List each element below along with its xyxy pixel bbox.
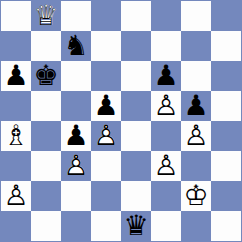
- white-piece-outline: ♕: [31, 1, 61, 31]
- white-pawn-piece: ♟♙: [181, 121, 211, 151]
- square-d4[interactable]: ♟♙: [91, 121, 121, 151]
- black-piece-glyph: ♛: [121, 211, 151, 241]
- white-piece-outline: ♗: [1, 121, 31, 151]
- white-king-piece: ♚♔: [181, 181, 211, 211]
- square-e7[interactable]: [121, 31, 151, 61]
- black-piece-glyph: ♟: [91, 91, 121, 121]
- white-bishop-piece: ♝♗: [1, 121, 31, 151]
- square-c6[interactable]: [61, 61, 91, 91]
- white-piece-fill: ♟: [181, 121, 211, 151]
- square-h7[interactable]: [211, 31, 241, 61]
- square-c2[interactable]: [61, 181, 91, 211]
- square-a4[interactable]: ♝♗: [1, 121, 31, 151]
- square-b6[interactable]: ♚: [31, 61, 61, 91]
- black-pawn-piece: ♟: [61, 121, 91, 151]
- square-g1[interactable]: [181, 211, 211, 241]
- white-piece-fill: ♝: [1, 121, 31, 151]
- square-f5[interactable]: ♟♙: [151, 91, 181, 121]
- square-h6[interactable]: [211, 61, 241, 91]
- black-piece-glyph: ♞: [61, 31, 91, 61]
- square-a8[interactable]: [1, 1, 31, 31]
- square-h1[interactable]: [211, 211, 241, 241]
- square-a6[interactable]: ♟: [1, 61, 31, 91]
- white-piece-outline: ♙: [181, 121, 211, 151]
- square-e1[interactable]: ♛: [121, 211, 151, 241]
- square-g7[interactable]: [181, 31, 211, 61]
- white-piece-outline: ♙: [151, 151, 181, 181]
- chess-board: ♛♕♞♟♚♟♟♟♙♟♝♗♟♟♙♟♙♟♙♟♙♟♙♚♔♛: [0, 0, 242, 242]
- black-piece-glyph: ♟: [61, 121, 91, 151]
- white-piece-fill: ♟: [151, 91, 181, 121]
- square-c5[interactable]: [61, 91, 91, 121]
- square-e3[interactable]: [121, 151, 151, 181]
- square-b3[interactable]: [31, 151, 61, 181]
- square-h3[interactable]: [211, 151, 241, 181]
- black-pawn-piece: ♟: [91, 91, 121, 121]
- white-piece-outline: ♙: [1, 181, 31, 211]
- square-f8[interactable]: [151, 1, 181, 31]
- white-piece-fill: ♚: [181, 181, 211, 211]
- white-piece-outline: ♔: [181, 181, 211, 211]
- black-queen-piece: ♛: [121, 211, 151, 241]
- square-h8[interactable]: [211, 1, 241, 31]
- white-piece-outline: ♙: [61, 151, 91, 181]
- square-h2[interactable]: [211, 181, 241, 211]
- square-f3[interactable]: ♟♙: [151, 151, 181, 181]
- square-c3[interactable]: ♟♙: [61, 151, 91, 181]
- square-b7[interactable]: [31, 31, 61, 61]
- square-b4[interactable]: [31, 121, 61, 151]
- square-b2[interactable]: [31, 181, 61, 211]
- square-c8[interactable]: [61, 1, 91, 31]
- square-e6[interactable]: [121, 61, 151, 91]
- square-d7[interactable]: [91, 31, 121, 61]
- square-g2[interactable]: ♚♔: [181, 181, 211, 211]
- black-piece-glyph: ♟: [151, 61, 181, 91]
- square-b8[interactable]: ♛♕: [31, 1, 61, 31]
- square-a1[interactable]: [1, 211, 31, 241]
- square-f7[interactable]: [151, 31, 181, 61]
- black-king-piece: ♚: [31, 61, 61, 91]
- white-pawn-piece: ♟♙: [1, 181, 31, 211]
- white-piece-outline: ♙: [151, 91, 181, 121]
- black-piece-glyph: ♟: [181, 91, 211, 121]
- white-pawn-piece: ♟♙: [151, 91, 181, 121]
- black-pawn-piece: ♟: [1, 61, 31, 91]
- white-pawn-piece: ♟♙: [61, 151, 91, 181]
- square-g3[interactable]: [181, 151, 211, 181]
- square-e5[interactable]: [121, 91, 151, 121]
- square-f6[interactable]: ♟: [151, 61, 181, 91]
- white-pawn-piece: ♟♙: [91, 121, 121, 151]
- square-d6[interactable]: [91, 61, 121, 91]
- square-b5[interactable]: [31, 91, 61, 121]
- square-f4[interactable]: [151, 121, 181, 151]
- square-g6[interactable]: [181, 61, 211, 91]
- white-piece-fill: ♟: [61, 151, 91, 181]
- square-h5[interactable]: [211, 91, 241, 121]
- white-piece-fill: ♛: [31, 1, 61, 31]
- black-piece-glyph: ♚: [31, 61, 61, 91]
- square-a3[interactable]: [1, 151, 31, 181]
- square-g4[interactable]: ♟♙: [181, 121, 211, 151]
- square-d1[interactable]: [91, 211, 121, 241]
- white-piece-fill: ♟: [151, 151, 181, 181]
- square-a2[interactable]: ♟♙: [1, 181, 31, 211]
- square-g8[interactable]: [181, 1, 211, 31]
- square-d3[interactable]: [91, 151, 121, 181]
- square-f1[interactable]: [151, 211, 181, 241]
- square-a5[interactable]: [1, 91, 31, 121]
- square-d5[interactable]: ♟: [91, 91, 121, 121]
- square-a7[interactable]: [1, 31, 31, 61]
- square-d8[interactable]: [91, 1, 121, 31]
- square-h4[interactable]: [211, 121, 241, 151]
- square-c4[interactable]: ♟: [61, 121, 91, 151]
- white-pawn-piece: ♟♙: [151, 151, 181, 181]
- square-c7[interactable]: ♞: [61, 31, 91, 61]
- white-piece-fill: ♟: [1, 181, 31, 211]
- square-e4[interactable]: [121, 121, 151, 151]
- square-b1[interactable]: [31, 211, 61, 241]
- black-piece-glyph: ♟: [1, 61, 31, 91]
- black-knight-piece: ♞: [61, 31, 91, 61]
- square-e2[interactable]: [121, 181, 151, 211]
- square-d2[interactable]: [91, 181, 121, 211]
- square-f2[interactable]: [151, 181, 181, 211]
- white-piece-fill: ♟: [91, 121, 121, 151]
- white-queen-piece: ♛♕: [31, 1, 61, 31]
- black-pawn-piece: ♟: [151, 61, 181, 91]
- square-c1[interactable]: [61, 211, 91, 241]
- black-pawn-piece: ♟: [181, 91, 211, 121]
- square-e8[interactable]: [121, 1, 151, 31]
- white-piece-outline: ♙: [91, 121, 121, 151]
- square-g5[interactable]: ♟: [181, 91, 211, 121]
